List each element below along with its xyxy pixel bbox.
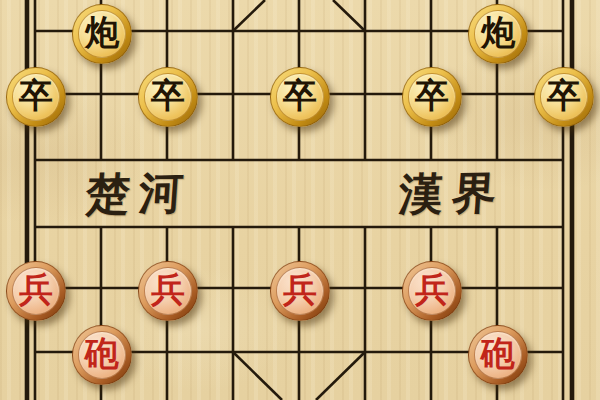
- piece-red-cannon[interactable]: 砲: [468, 325, 528, 385]
- piece-black-cannon[interactable]: 炮: [468, 4, 528, 64]
- piece-black-soldier[interactable]: 卒: [6, 67, 66, 127]
- piece-glyph: 卒: [415, 79, 449, 113]
- piece-face: 兵: [276, 267, 324, 315]
- piece-glyph: 卒: [283, 79, 317, 113]
- piece-glyph: 炮: [481, 16, 515, 50]
- piece-face: 兵: [144, 267, 192, 315]
- piece-face: 卒: [408, 73, 456, 121]
- piece-black-soldier[interactable]: 卒: [270, 67, 330, 127]
- piece-black-soldier[interactable]: 卒: [138, 67, 198, 127]
- piece-glyph: 卒: [151, 79, 185, 113]
- piece-face: 兵: [408, 267, 456, 315]
- xiangqi-board[interactable]: 楚河 漢界 炮炮卒卒卒卒卒兵兵兵兵砲砲: [0, 0, 600, 400]
- piece-glyph: 卒: [19, 79, 53, 113]
- piece-glyph: 砲: [85, 337, 119, 371]
- piece-red-soldier[interactable]: 兵: [270, 261, 330, 321]
- piece-red-cannon[interactable]: 砲: [72, 325, 132, 385]
- piece-black-cannon[interactable]: 炮: [72, 4, 132, 64]
- piece-glyph: 兵: [283, 273, 317, 307]
- piece-glyph: 炮: [85, 16, 119, 50]
- piece-face: 卒: [144, 73, 192, 121]
- piece-face: 砲: [474, 331, 522, 379]
- piece-red-soldier[interactable]: 兵: [6, 261, 66, 321]
- piece-glyph: 砲: [481, 337, 515, 371]
- piece-face: 兵: [12, 267, 60, 315]
- piece-black-soldier[interactable]: 卒: [534, 67, 594, 127]
- piece-face: 炮: [474, 10, 522, 58]
- piece-glyph: 卒: [547, 79, 581, 113]
- piece-glyph: 兵: [19, 273, 53, 307]
- piece-face: 卒: [276, 73, 324, 121]
- piece-red-soldier[interactable]: 兵: [402, 261, 462, 321]
- piece-face: 砲: [78, 331, 126, 379]
- piece-face: 卒: [540, 73, 588, 121]
- piece-glyph: 兵: [151, 273, 185, 307]
- piece-glyph: 兵: [415, 273, 449, 307]
- river-label-chu-he: 楚河: [84, 164, 194, 225]
- piece-face: 卒: [12, 73, 60, 121]
- piece-face: 炮: [78, 10, 126, 58]
- piece-black-soldier[interactable]: 卒: [402, 67, 462, 127]
- piece-red-soldier[interactable]: 兵: [138, 261, 198, 321]
- river-label-han-jie: 漢界: [397, 164, 507, 225]
